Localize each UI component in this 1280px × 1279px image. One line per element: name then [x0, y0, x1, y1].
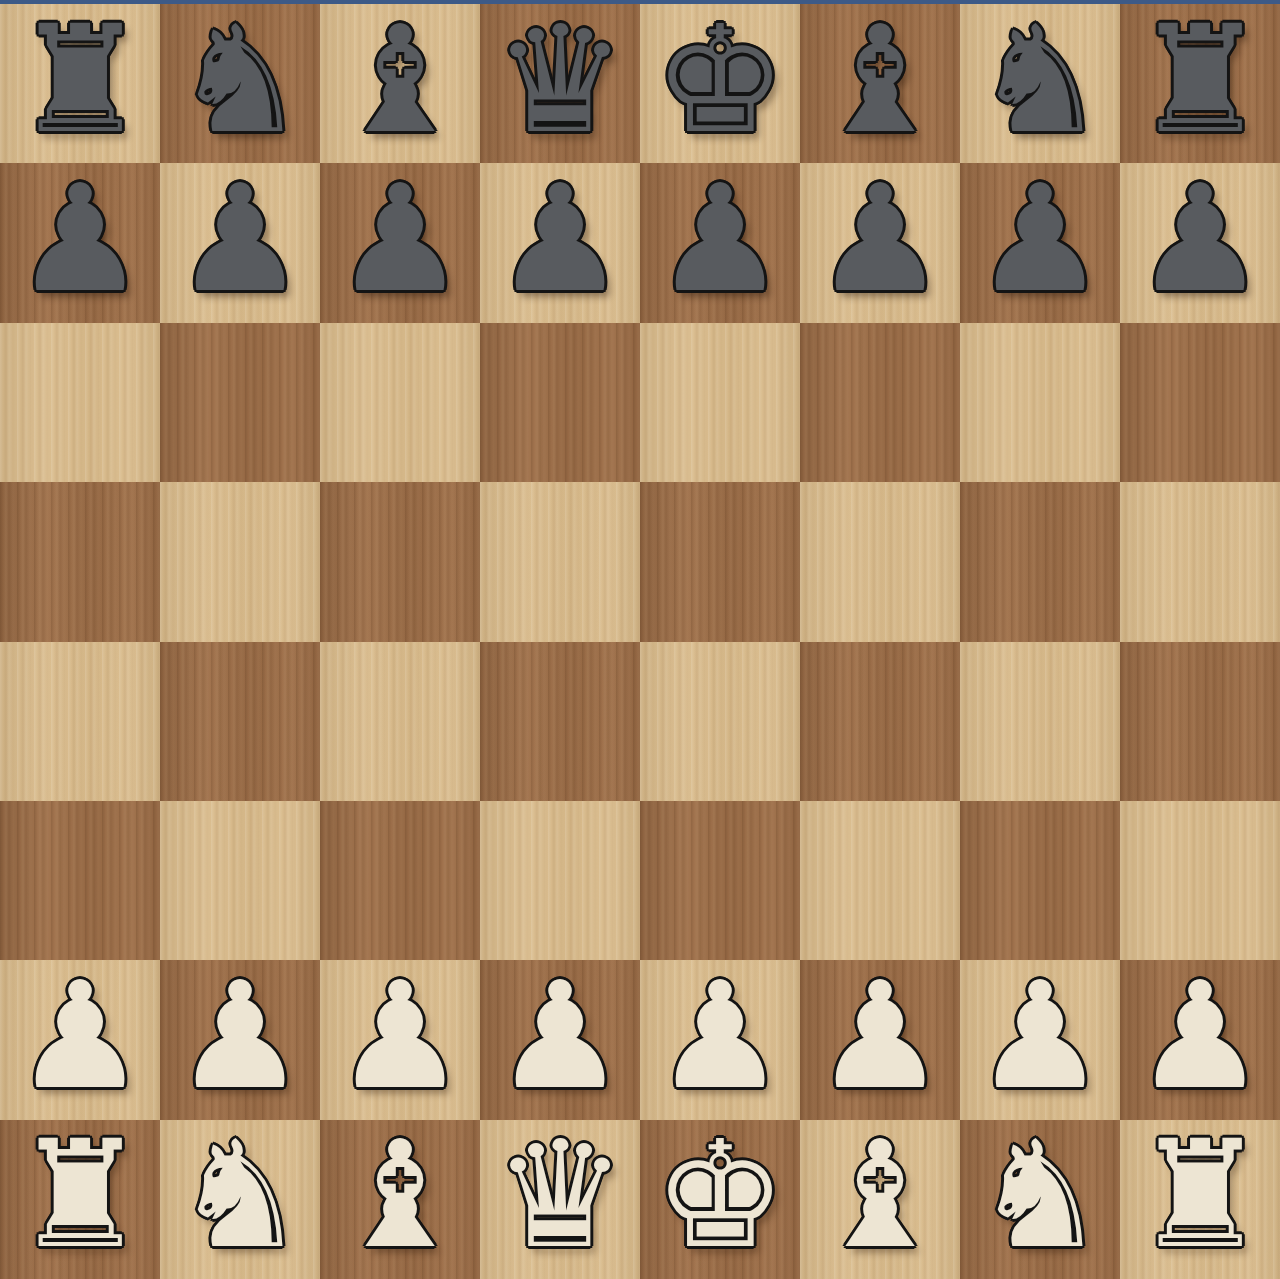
white-rook[interactable]: ♜ — [14, 1121, 147, 1269]
white-knight[interactable]: ♞ — [174, 1121, 307, 1269]
black-knight[interactable]: ♞ — [974, 6, 1107, 154]
white-rook[interactable]: ♜ — [1134, 1121, 1267, 1269]
white-pawn[interactable]: ♟ — [334, 962, 467, 1110]
square-d3[interactable] — [480, 801, 640, 960]
black-pawn[interactable]: ♟ — [334, 165, 467, 313]
white-king[interactable]: ♚ — [654, 1121, 787, 1269]
square-a8[interactable]: ♜ — [0, 4, 160, 163]
square-c1[interactable]: ♝ — [320, 1120, 480, 1279]
square-c6[interactable] — [320, 323, 480, 482]
black-bishop[interactable]: ♝ — [334, 6, 467, 154]
white-queen[interactable]: ♛ — [494, 1121, 627, 1269]
square-c5[interactable] — [320, 482, 480, 641]
square-c3[interactable] — [320, 801, 480, 960]
square-d5[interactable] — [480, 482, 640, 641]
white-bishop[interactable]: ♝ — [334, 1121, 467, 1269]
square-c4[interactable] — [320, 642, 480, 801]
white-pawn[interactable]: ♟ — [14, 962, 147, 1110]
square-h1[interactable]: ♜ — [1120, 1120, 1280, 1279]
square-e8[interactable]: ♚ — [640, 4, 800, 163]
black-rook[interactable]: ♜ — [14, 6, 147, 154]
black-bishop[interactable]: ♝ — [814, 6, 947, 154]
square-f3[interactable] — [800, 801, 960, 960]
square-d7[interactable]: ♟ — [480, 163, 640, 322]
square-b8[interactable]: ♞ — [160, 4, 320, 163]
square-e4[interactable] — [640, 642, 800, 801]
square-e3[interactable] — [640, 801, 800, 960]
square-f4[interactable] — [800, 642, 960, 801]
square-b5[interactable] — [160, 482, 320, 641]
square-g3[interactable] — [960, 801, 1120, 960]
square-d2[interactable]: ♟ — [480, 960, 640, 1119]
white-pawn[interactable]: ♟ — [814, 962, 947, 1110]
black-king[interactable]: ♚ — [654, 6, 787, 154]
square-b1[interactable]: ♞ — [160, 1120, 320, 1279]
square-e5[interactable] — [640, 482, 800, 641]
black-pawn[interactable]: ♟ — [174, 165, 307, 313]
square-f1[interactable]: ♝ — [800, 1120, 960, 1279]
square-g4[interactable] — [960, 642, 1120, 801]
black-pawn[interactable]: ♟ — [814, 165, 947, 313]
white-pawn[interactable]: ♟ — [174, 962, 307, 1110]
square-e6[interactable] — [640, 323, 800, 482]
square-h5[interactable] — [1120, 482, 1280, 641]
black-pawn[interactable]: ♟ — [14, 165, 147, 313]
square-a7[interactable]: ♟ — [0, 163, 160, 322]
white-pawn[interactable]: ♟ — [494, 962, 627, 1110]
square-g1[interactable]: ♞ — [960, 1120, 1120, 1279]
square-a6[interactable] — [0, 323, 160, 482]
square-a5[interactable] — [0, 482, 160, 641]
square-h2[interactable]: ♟ — [1120, 960, 1280, 1119]
white-pawn[interactable]: ♟ — [974, 962, 1107, 1110]
square-b6[interactable] — [160, 323, 320, 482]
white-knight[interactable]: ♞ — [974, 1121, 1107, 1269]
square-a2[interactable]: ♟ — [0, 960, 160, 1119]
square-e2[interactable]: ♟ — [640, 960, 800, 1119]
square-a1[interactable]: ♜ — [0, 1120, 160, 1279]
square-e7[interactable]: ♟ — [640, 163, 800, 322]
square-f5[interactable] — [800, 482, 960, 641]
black-queen[interactable]: ♛ — [494, 6, 627, 154]
black-pawn[interactable]: ♟ — [974, 165, 1107, 313]
black-rook[interactable]: ♜ — [1134, 6, 1267, 154]
square-h7[interactable]: ♟ — [1120, 163, 1280, 322]
square-h6[interactable] — [1120, 323, 1280, 482]
square-a4[interactable] — [0, 642, 160, 801]
square-f6[interactable] — [800, 323, 960, 482]
square-b3[interactable] — [160, 801, 320, 960]
square-h3[interactable] — [1120, 801, 1280, 960]
square-g8[interactable]: ♞ — [960, 4, 1120, 163]
square-g6[interactable] — [960, 323, 1120, 482]
chess-board: ♜♞♝♛♚♝♞♜♟♟♟♟♟♟♟♟♟♟♟♟♟♟♟♟♜♞♝♛♚♝♞♜ — [0, 4, 1280, 1279]
white-pawn[interactable]: ♟ — [654, 962, 787, 1110]
square-a3[interactable] — [0, 801, 160, 960]
black-knight[interactable]: ♞ — [174, 6, 307, 154]
square-d6[interactable] — [480, 323, 640, 482]
square-d1[interactable]: ♛ — [480, 1120, 640, 1279]
square-c8[interactable]: ♝ — [320, 4, 480, 163]
white-bishop[interactable]: ♝ — [814, 1121, 947, 1269]
square-c7[interactable]: ♟ — [320, 163, 480, 322]
black-pawn[interactable]: ♟ — [494, 165, 627, 313]
square-g2[interactable]: ♟ — [960, 960, 1120, 1119]
square-f7[interactable]: ♟ — [800, 163, 960, 322]
square-d4[interactable] — [480, 642, 640, 801]
square-b7[interactable]: ♟ — [160, 163, 320, 322]
black-pawn[interactable]: ♟ — [654, 165, 787, 313]
square-b2[interactable]: ♟ — [160, 960, 320, 1119]
square-f8[interactable]: ♝ — [800, 4, 960, 163]
square-f2[interactable]: ♟ — [800, 960, 960, 1119]
square-h4[interactable] — [1120, 642, 1280, 801]
square-c2[interactable]: ♟ — [320, 960, 480, 1119]
square-e1[interactable]: ♚ — [640, 1120, 800, 1279]
square-h8[interactable]: ♜ — [1120, 4, 1280, 163]
white-pawn[interactable]: ♟ — [1134, 962, 1267, 1110]
square-g5[interactable] — [960, 482, 1120, 641]
black-pawn[interactable]: ♟ — [1134, 165, 1267, 313]
square-b4[interactable] — [160, 642, 320, 801]
square-d8[interactable]: ♛ — [480, 4, 640, 163]
square-g7[interactable]: ♟ — [960, 163, 1120, 322]
